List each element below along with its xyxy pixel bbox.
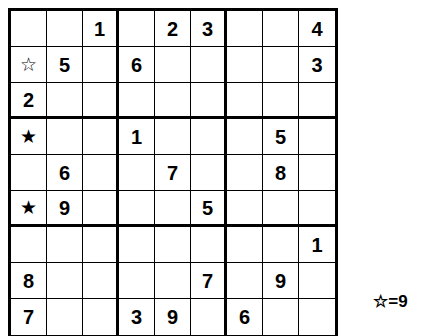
cell-r9c5[interactable]: 9: [155, 299, 191, 335]
cell-r2c1[interactable]: ☆: [11, 47, 47, 83]
cell-r8c3[interactable]: [83, 263, 119, 299]
given-digit: 1: [131, 127, 142, 147]
cell-r7c4[interactable]: [119, 227, 155, 263]
given-digit: 4: [311, 19, 322, 39]
cell-r7c3[interactable]: [83, 227, 119, 263]
cell-r9c8[interactable]: [263, 299, 299, 335]
cell-r4c3[interactable]: [83, 119, 119, 155]
cell-r9c6[interactable]: [191, 299, 227, 335]
cell-r5c5[interactable]: 7: [155, 155, 191, 191]
cell-r5c3[interactable]: [83, 155, 119, 191]
cell-r3c3[interactable]: [83, 83, 119, 119]
cell-r1c1[interactable]: [11, 11, 47, 47]
cell-r8c4[interactable]: [119, 263, 155, 299]
cell-r5c2[interactable]: 6: [47, 155, 83, 191]
given-digit: 6: [131, 55, 142, 75]
cell-r2c3[interactable]: [83, 47, 119, 83]
cell-r9c4[interactable]: 3: [119, 299, 155, 335]
cell-r7c9[interactable]: 1: [299, 227, 335, 263]
cell-r3c6[interactable]: [191, 83, 227, 119]
cell-r2c4[interactable]: 6: [119, 47, 155, 83]
cell-r5c6[interactable]: [191, 155, 227, 191]
cell-r3c2[interactable]: [47, 83, 83, 119]
cell-r9c1[interactable]: 7: [11, 299, 47, 335]
cell-r5c1[interactable]: [11, 155, 47, 191]
cell-r1c7[interactable]: [227, 11, 263, 47]
cell-r2c9[interactable]: 3: [299, 47, 335, 83]
given-digit: 3: [202, 19, 213, 39]
cell-r4c6[interactable]: [191, 119, 227, 155]
given-digit: 5: [59, 55, 70, 75]
black-star-icon: ★: [20, 127, 37, 146]
given-digit: 9: [59, 198, 70, 218]
given-digit: 9: [275, 271, 286, 291]
cell-r6c2[interactable]: 9: [47, 191, 83, 227]
cell-r2c7[interactable]: [227, 47, 263, 83]
cell-r5c8[interactable]: 8: [263, 155, 299, 191]
given-digit: 9: [167, 307, 178, 327]
cell-r7c7[interactable]: [227, 227, 263, 263]
cell-r4c5[interactable]: [155, 119, 191, 155]
cell-r5c4[interactable]: [119, 155, 155, 191]
cell-r8c2[interactable]: [47, 263, 83, 299]
given-digit: 7: [202, 271, 213, 291]
cell-r7c5[interactable]: [155, 227, 191, 263]
cell-r7c1[interactable]: [11, 227, 47, 263]
cell-r6c4[interactable]: [119, 191, 155, 227]
cell-r1c9[interactable]: 4: [299, 11, 335, 47]
cell-r6c3[interactable]: [83, 191, 119, 227]
given-digit: 6: [239, 307, 250, 327]
cell-r9c9[interactable]: [299, 299, 335, 335]
cell-r8c5[interactable]: [155, 263, 191, 299]
cell-r8c9[interactable]: [299, 263, 335, 299]
given-digit: 2: [23, 90, 34, 110]
given-digit: 3: [311, 55, 322, 75]
given-digit: 6: [59, 163, 70, 183]
cell-r9c3[interactable]: [83, 299, 119, 335]
cell-r6c9[interactable]: [299, 191, 335, 227]
cell-r5c7[interactable]: [227, 155, 263, 191]
cell-r7c8[interactable]: [263, 227, 299, 263]
cell-r1c8[interactable]: [263, 11, 299, 47]
cell-r5c9[interactable]: [299, 155, 335, 191]
cell-r7c6[interactable]: [191, 227, 227, 263]
cell-r6c5[interactable]: [155, 191, 191, 227]
cell-r8c6[interactable]: 7: [191, 263, 227, 299]
cell-r3c8[interactable]: [263, 83, 299, 119]
cell-r1c4[interactable]: [119, 11, 155, 47]
cell-r6c8[interactable]: [263, 191, 299, 227]
given-digit: 5: [202, 198, 213, 218]
cell-r7c2[interactable]: [47, 227, 83, 263]
cell-r2c2[interactable]: 5: [47, 47, 83, 83]
cell-r8c8[interactable]: 9: [263, 263, 299, 299]
cell-r2c8[interactable]: [263, 47, 299, 83]
white-star-icon: ☆: [20, 55, 37, 74]
cell-r4c4[interactable]: 1: [119, 119, 155, 155]
cell-r9c7[interactable]: 6: [227, 299, 263, 335]
given-digit: 8: [23, 271, 34, 291]
cell-r6c1[interactable]: ★: [11, 191, 47, 227]
cell-r3c9[interactable]: [299, 83, 335, 119]
given-digit: 2: [167, 19, 178, 39]
cell-r3c7[interactable]: [227, 83, 263, 119]
given-digit: 7: [167, 163, 178, 183]
cell-r1c2[interactable]: [47, 11, 83, 47]
cell-r3c1[interactable]: 2: [11, 83, 47, 119]
cell-r2c5[interactable]: [155, 47, 191, 83]
cell-r2c6[interactable]: [191, 47, 227, 83]
cell-r6c6[interactable]: 5: [191, 191, 227, 227]
star-legend: ☆=9: [373, 291, 408, 312]
given-digit: 8: [275, 163, 286, 183]
cell-r1c6[interactable]: 3: [191, 11, 227, 47]
cell-r4c2[interactable]: [47, 119, 83, 155]
cell-r4c7[interactable]: [227, 119, 263, 155]
cell-r6c7[interactable]: [227, 191, 263, 227]
cell-r3c4[interactable]: [119, 83, 155, 119]
cell-r4c1[interactable]: ★: [11, 119, 47, 155]
given-digit: 1: [94, 19, 105, 39]
cell-r9c2[interactable]: [47, 299, 83, 335]
cell-r1c3[interactable]: 1: [83, 11, 119, 47]
cell-r4c8[interactable]: 5: [263, 119, 299, 155]
given-digit: 1: [311, 235, 322, 255]
cell-r4c9[interactable]: [299, 119, 335, 155]
given-digit: 5: [275, 127, 286, 147]
given-digit: 3: [131, 307, 142, 327]
cell-r1c5[interactable]: 2: [155, 11, 191, 47]
cell-r3c5[interactable]: [155, 83, 191, 119]
given-digit: 7: [23, 307, 34, 327]
cell-r8c7[interactable]: [227, 263, 263, 299]
black-star-icon: ★: [20, 198, 37, 217]
cell-r8c1[interactable]: 8: [11, 263, 47, 299]
sudoku-board: 1234☆5632★15678★9518797396: [8, 8, 338, 336]
